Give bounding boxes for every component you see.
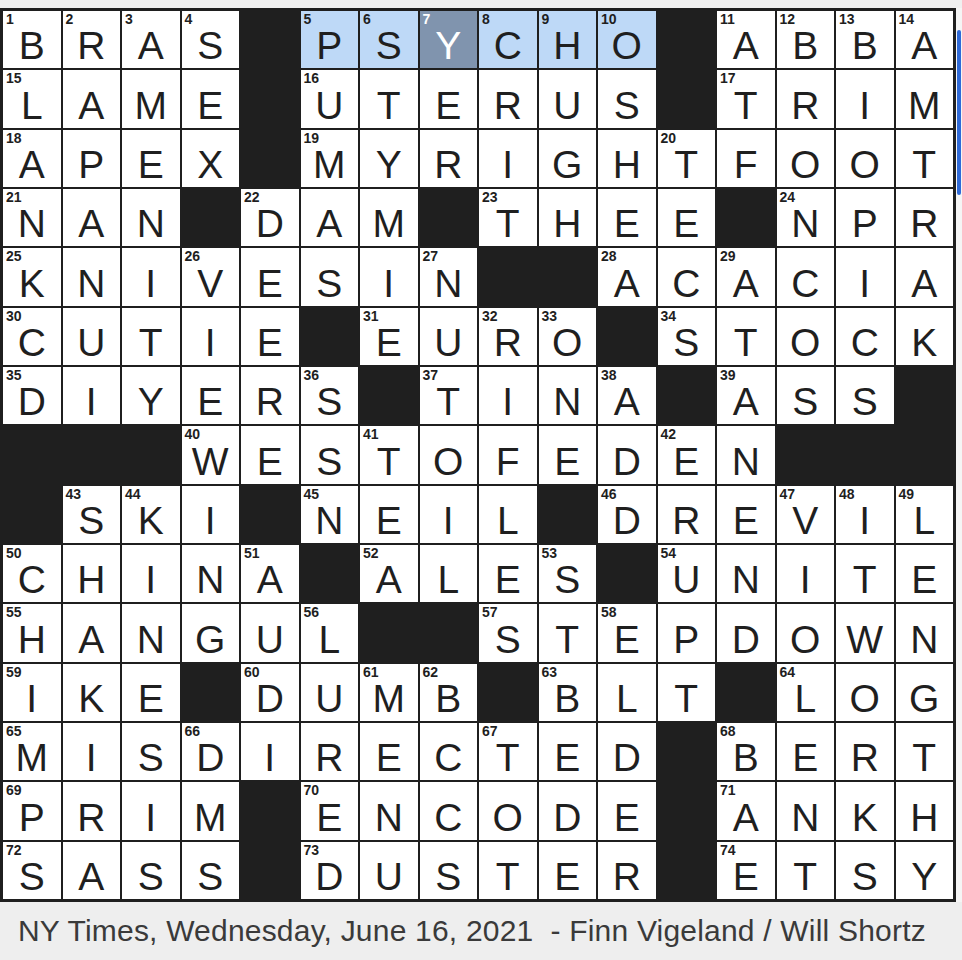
- cell-r3c12[interactable]: 20T: [658, 130, 716, 187]
- cell-r9c10: [539, 486, 597, 543]
- cell-letter: I: [360, 264, 418, 303]
- scrollbar-track[interactable]: [956, 8, 962, 902]
- cell-letter: T: [658, 679, 716, 718]
- cell-r14c13[interactable]: 71A: [717, 782, 775, 839]
- cell-r7c2[interactable]: I: [63, 367, 121, 424]
- clue-number: 5: [304, 12, 312, 27]
- cell-r14c6[interactable]: 70E: [301, 782, 359, 839]
- cell-r11c6[interactable]: 56L: [301, 604, 359, 661]
- cell-r14c7[interactable]: N: [360, 782, 418, 839]
- cell-letter: L: [777, 679, 835, 718]
- cell-r3c11[interactable]: H: [598, 130, 656, 187]
- cell-r11c13[interactable]: D: [717, 604, 775, 661]
- cell-r11c14[interactable]: O: [777, 604, 835, 661]
- cell-r13c3[interactable]: S: [122, 723, 180, 780]
- cell-r12c15[interactable]: O: [836, 664, 894, 721]
- cell-letter: H: [63, 560, 121, 599]
- cell-letter: P: [63, 145, 121, 184]
- cell-r3c5: [241, 130, 299, 187]
- cell-letter: A: [63, 857, 121, 896]
- cell-r11c12[interactable]: P: [658, 604, 716, 661]
- cell-r9c4[interactable]: I: [182, 486, 240, 543]
- cell-r4c8: [420, 189, 478, 246]
- cell-r10c2[interactable]: H: [63, 545, 121, 602]
- cell-r15c1[interactable]: 72S: [3, 842, 61, 899]
- cell-r10c9[interactable]: E: [479, 545, 537, 602]
- cell-r13c5[interactable]: I: [241, 723, 299, 780]
- cell-letter: S: [122, 738, 180, 777]
- cell-r5c4[interactable]: 26V: [182, 248, 240, 305]
- cell-r1c16[interactable]: 14A: [896, 11, 954, 68]
- cell-r7c11[interactable]: 38A: [598, 367, 656, 424]
- cell-r15c11[interactable]: R: [598, 842, 656, 899]
- cell-r5c12[interactable]: C: [658, 248, 716, 305]
- cell-letter: E: [182, 86, 240, 125]
- cell-r7c10[interactable]: N: [539, 367, 597, 424]
- cell-r5c11[interactable]: 28A: [598, 248, 656, 305]
- cell-r3c10[interactable]: G: [539, 130, 597, 187]
- cell-r13c1[interactable]: 65M: [3, 723, 61, 780]
- cell-r1c6[interactable]: 5P: [301, 11, 359, 68]
- cell-r2c13[interactable]: 17T: [717, 70, 775, 127]
- cell-letter: S: [122, 857, 180, 896]
- cell-r3c16[interactable]: T: [896, 130, 954, 187]
- cell-r3c6[interactable]: 19M: [301, 130, 359, 187]
- cell-r2c14[interactable]: R: [777, 70, 835, 127]
- cell-letter: D: [539, 798, 597, 837]
- cell-r15c9[interactable]: T: [479, 842, 537, 899]
- clue-number: 1: [6, 12, 14, 27]
- cell-r9c2[interactable]: 43S: [63, 486, 121, 543]
- cell-letter: S: [658, 323, 716, 362]
- cell-letter: N: [122, 620, 180, 659]
- status-bar: NY Times, Wednesday, June 16, 2021 - Fin…: [0, 902, 962, 960]
- cell-letter: A: [122, 26, 180, 65]
- cell-letter: P: [301, 26, 359, 65]
- cell-r12c3[interactable]: E: [122, 664, 180, 721]
- cell-r8c13[interactable]: N: [717, 426, 775, 483]
- cell-r2c2[interactable]: A: [63, 70, 121, 127]
- cell-r9c13[interactable]: E: [717, 486, 775, 543]
- cell-r4c11[interactable]: E: [598, 189, 656, 246]
- cell-r13c7[interactable]: E: [360, 723, 418, 780]
- cell-letter: I: [122, 798, 180, 837]
- cell-r6c14[interactable]: O: [777, 308, 835, 365]
- cell-r13c8[interactable]: C: [420, 723, 478, 780]
- cell-r3c9[interactable]: I: [479, 130, 537, 187]
- cell-letter: S: [539, 560, 597, 599]
- cell-r6c7[interactable]: 31E: [360, 308, 418, 365]
- cell-r10c14[interactable]: I: [777, 545, 835, 602]
- cell-r3c15[interactable]: O: [836, 130, 894, 187]
- cell-r15c2[interactable]: A: [63, 842, 121, 899]
- cell-r12c2[interactable]: K: [63, 664, 121, 721]
- cell-letter: B: [420, 679, 478, 718]
- cell-r14c9[interactable]: O: [479, 782, 537, 839]
- cell-r3c14[interactable]: O: [777, 130, 835, 187]
- cell-r2c15[interactable]: I: [836, 70, 894, 127]
- cell-r1c10[interactable]: 9H: [539, 11, 597, 68]
- cell-r10c6: [301, 545, 359, 602]
- cell-letter: M: [360, 204, 418, 243]
- cell-r4c6[interactable]: A: [301, 189, 359, 246]
- cell-r11c11[interactable]: 58E: [598, 604, 656, 661]
- cell-letter: E: [896, 560, 954, 599]
- cell-r8c6[interactable]: S: [301, 426, 359, 483]
- clue-number: 4: [185, 12, 193, 27]
- cell-letter: U: [420, 323, 478, 362]
- cell-r6c8[interactable]: U: [420, 308, 478, 365]
- cell-r7c3[interactable]: Y: [122, 367, 180, 424]
- cell-r12c12[interactable]: T: [658, 664, 716, 721]
- cell-r1c2[interactable]: 2R: [63, 11, 121, 68]
- crossword-board: 1B2R3A4S5P6S7Y8C9H10O11A12B13B14A15LAME1…: [0, 8, 956, 902]
- cell-letter: C: [3, 560, 61, 599]
- cell-letter: H: [3, 620, 61, 659]
- cell-r14c14[interactable]: N: [777, 782, 835, 839]
- cell-r8c7[interactable]: 41T: [360, 426, 418, 483]
- cell-r2c4[interactable]: E: [182, 70, 240, 127]
- cell-r9c6[interactable]: 45N: [301, 486, 359, 543]
- cell-r10c4[interactable]: N: [182, 545, 240, 602]
- cell-r12c10[interactable]: 63B: [539, 664, 597, 721]
- cell-r13c16[interactable]: T: [896, 723, 954, 780]
- cell-r15c16[interactable]: Y: [896, 842, 954, 899]
- cell-letter: K: [63, 679, 121, 718]
- cell-letter: E: [598, 798, 656, 837]
- cell-r4c15[interactable]: P: [836, 189, 894, 246]
- cell-r8c9[interactable]: F: [479, 426, 537, 483]
- cell-r7c13[interactable]: 39A: [717, 367, 775, 424]
- clue-number: 6: [363, 12, 371, 27]
- cell-r6c12[interactable]: 34S: [658, 308, 716, 365]
- clue-number: 9: [542, 12, 550, 27]
- cell-letter: F: [717, 145, 775, 184]
- cell-r9c14[interactable]: 47V: [777, 486, 835, 543]
- cell-r6c16[interactable]: K: [896, 308, 954, 365]
- cell-r1c14[interactable]: 12B: [777, 11, 835, 68]
- cell-r10c5[interactable]: 51A: [241, 545, 299, 602]
- cell-r14c10[interactable]: D: [539, 782, 597, 839]
- cell-r1c7[interactable]: 6S: [360, 11, 418, 68]
- cell-r7c14[interactable]: S: [777, 367, 835, 424]
- cell-r6c15[interactable]: C: [836, 308, 894, 365]
- cell-r6c9[interactable]: 32R: [479, 308, 537, 365]
- cell-r7c15[interactable]: S: [836, 367, 894, 424]
- cell-r11c15[interactable]: W: [836, 604, 894, 661]
- cell-r1c1[interactable]: 1B: [3, 11, 61, 68]
- cell-r15c14[interactable]: T: [777, 842, 835, 899]
- cell-r3c2[interactable]: P: [63, 130, 121, 187]
- cell-r7c7: [360, 367, 418, 424]
- cell-r5c8[interactable]: 27N: [420, 248, 478, 305]
- cell-r4c7[interactable]: M: [360, 189, 418, 246]
- cell-r12c8[interactable]: 62B: [420, 664, 478, 721]
- cell-r5c7[interactable]: I: [360, 248, 418, 305]
- cell-r13c4[interactable]: 66D: [182, 723, 240, 780]
- cell-r15c7[interactable]: U: [360, 842, 418, 899]
- cell-letter: V: [182, 264, 240, 303]
- cell-r14c15[interactable]: K: [836, 782, 894, 839]
- cell-r13c15[interactable]: R: [836, 723, 894, 780]
- cell-r9c3[interactable]: 44K: [122, 486, 180, 543]
- cell-r6c1[interactable]: 30C: [3, 308, 61, 365]
- cell-r5c3[interactable]: I: [122, 248, 180, 305]
- cell-letter: A: [598, 264, 656, 303]
- cell-r6c13[interactable]: T: [717, 308, 775, 365]
- cell-r10c16[interactable]: E: [896, 545, 954, 602]
- cell-r10c3[interactable]: I: [122, 545, 180, 602]
- cell-r11c4[interactable]: G: [182, 604, 240, 661]
- cell-letter: S: [182, 26, 240, 65]
- cell-r4c5[interactable]: 22D: [241, 189, 299, 246]
- cell-r12c1[interactable]: 59I: [3, 664, 61, 721]
- cell-r15c6[interactable]: 73D: [301, 842, 359, 899]
- cell-r5c15[interactable]: I: [836, 248, 894, 305]
- cell-r7c6[interactable]: 36S: [301, 367, 359, 424]
- cell-letter: I: [836, 86, 894, 125]
- cell-letter: R: [301, 738, 359, 777]
- cell-letter: E: [539, 738, 597, 777]
- cell-r7c1[interactable]: 35D: [3, 367, 61, 424]
- cell-r12c11[interactable]: L: [598, 664, 656, 721]
- cell-letter: E: [420, 86, 478, 125]
- cell-r2c6[interactable]: 16U: [301, 70, 359, 127]
- cell-r9c15[interactable]: 48I: [836, 486, 894, 543]
- cell-letter: D: [241, 679, 299, 718]
- cell-r2c9[interactable]: R: [479, 70, 537, 127]
- cell-r9c7[interactable]: E: [360, 486, 418, 543]
- puzzle-caption: NY Times, Wednesday, June 16, 2021 - Fin…: [18, 914, 926, 948]
- cell-r10c10[interactable]: 53S: [539, 545, 597, 602]
- cell-r1c8[interactable]: 7Y: [420, 11, 478, 68]
- cell-letter: Y: [122, 382, 180, 421]
- cell-letter: U: [301, 679, 359, 718]
- cell-letter: M: [3, 738, 61, 777]
- cell-r11c2[interactable]: A: [63, 604, 121, 661]
- cell-letter: L: [896, 501, 954, 540]
- cell-r12c6[interactable]: U: [301, 664, 359, 721]
- cell-r10c15[interactable]: T: [836, 545, 894, 602]
- cell-r12c5[interactable]: 60D: [241, 664, 299, 721]
- cell-r2c7[interactable]: T: [360, 70, 418, 127]
- cell-r14c16[interactable]: H: [896, 782, 954, 839]
- cell-r8c2: [63, 426, 121, 483]
- cell-r9c11[interactable]: 46D: [598, 486, 656, 543]
- cell-r4c9[interactable]: 23T: [479, 189, 537, 246]
- cell-r4c2[interactable]: A: [63, 189, 121, 246]
- cell-r4c1[interactable]: 21N: [3, 189, 61, 246]
- cell-letter: T: [717, 86, 775, 125]
- cell-r4c3[interactable]: N: [122, 189, 180, 246]
- cell-r8c4[interactable]: 40W: [182, 426, 240, 483]
- cell-r11c3[interactable]: N: [122, 604, 180, 661]
- cell-r13c13[interactable]: 68B: [717, 723, 775, 780]
- cell-r15c4[interactable]: S: [182, 842, 240, 899]
- clue-number: 15: [6, 71, 22, 86]
- cell-r4c14[interactable]: 24N: [777, 189, 835, 246]
- cell-letter: S: [182, 857, 240, 896]
- cell-r7c5[interactable]: R: [241, 367, 299, 424]
- cell-r2c1[interactable]: 15L: [3, 70, 61, 127]
- cell-letter: S: [360, 26, 418, 65]
- cell-letter: B: [3, 26, 61, 65]
- cell-r11c9[interactable]: 57S: [479, 604, 537, 661]
- cell-r5c10: [539, 248, 597, 305]
- cell-letter: T: [896, 145, 954, 184]
- cell-r8c8[interactable]: O: [420, 426, 478, 483]
- cell-r7c4[interactable]: E: [182, 367, 240, 424]
- cell-r13c10[interactable]: E: [539, 723, 597, 780]
- cell-r1c11[interactable]: 10O: [598, 11, 656, 68]
- cell-letter: E: [241, 323, 299, 362]
- cell-letter: A: [717, 264, 775, 303]
- cell-letter: B: [777, 26, 835, 65]
- cell-r15c10[interactable]: E: [539, 842, 597, 899]
- cell-letter: T: [479, 857, 537, 896]
- cell-r12c7[interactable]: 61M: [360, 664, 418, 721]
- cell-r3c4[interactable]: X: [182, 130, 240, 187]
- cell-r5c2[interactable]: N: [63, 248, 121, 305]
- cell-r14c8[interactable]: C: [420, 782, 478, 839]
- cell-r9c12[interactable]: R: [658, 486, 716, 543]
- cell-letter: T: [420, 382, 478, 421]
- cell-r3c3[interactable]: E: [122, 130, 180, 187]
- cell-letter: E: [658, 204, 716, 243]
- cell-r11c5[interactable]: U: [241, 604, 299, 661]
- cell-letter: M: [182, 798, 240, 837]
- cell-r7c9[interactable]: I: [479, 367, 537, 424]
- cell-r3c7[interactable]: Y: [360, 130, 418, 187]
- cell-letter: I: [63, 382, 121, 421]
- cell-r8c12[interactable]: 42E: [658, 426, 716, 483]
- cell-r3c13[interactable]: F: [717, 130, 775, 187]
- cell-r15c8[interactable]: S: [420, 842, 478, 899]
- cell-letter: H: [598, 145, 656, 184]
- cell-r13c11[interactable]: D: [598, 723, 656, 780]
- cell-letter: R: [420, 145, 478, 184]
- cell-r10c8[interactable]: L: [420, 545, 478, 602]
- cell-r1c13[interactable]: 11A: [717, 11, 775, 68]
- scrollbar-thumb[interactable]: [957, 30, 961, 195]
- cell-letter: I: [241, 738, 299, 777]
- cell-r10c1[interactable]: 50C: [3, 545, 61, 602]
- cell-r2c11[interactable]: S: [598, 70, 656, 127]
- cell-r8c10[interactable]: E: [539, 426, 597, 483]
- cell-r15c15[interactable]: S: [836, 842, 894, 899]
- cell-r1c9[interactable]: 8C: [479, 11, 537, 68]
- cell-r5c13[interactable]: 29A: [717, 248, 775, 305]
- cell-r13c2[interactable]: I: [63, 723, 121, 780]
- cell-r2c10[interactable]: U: [539, 70, 597, 127]
- cell-r1c3[interactable]: 3A: [122, 11, 180, 68]
- cell-letter: S: [836, 857, 894, 896]
- cell-letter: D: [182, 738, 240, 777]
- cell-r9c16[interactable]: 49L: [896, 486, 954, 543]
- cell-r8c11[interactable]: D: [598, 426, 656, 483]
- cell-r4c10[interactable]: H: [539, 189, 597, 246]
- cell-letter: N: [360, 798, 418, 837]
- cell-r5c5[interactable]: E: [241, 248, 299, 305]
- cell-r10c7[interactable]: 52A: [360, 545, 418, 602]
- cell-r3c8[interactable]: R: [420, 130, 478, 187]
- cell-r1c4[interactable]: 4S: [182, 11, 240, 68]
- cell-letter: E: [777, 738, 835, 777]
- cell-r15c3[interactable]: S: [122, 842, 180, 899]
- cell-r12c14[interactable]: 64L: [777, 664, 835, 721]
- cell-letter: C: [3, 323, 61, 362]
- cell-r14c1[interactable]: 69P: [3, 782, 61, 839]
- cell-letter: T: [360, 86, 418, 125]
- cell-r2c3[interactable]: M: [122, 70, 180, 127]
- cell-r1c15[interactable]: 13B: [836, 11, 894, 68]
- cell-r3c1[interactable]: 18A: [3, 130, 61, 187]
- cell-r11c16[interactable]: N: [896, 604, 954, 661]
- cell-r14c3[interactable]: I: [122, 782, 180, 839]
- cell-r6c10[interactable]: 33O: [539, 308, 597, 365]
- cell-r1c12: [658, 11, 716, 68]
- cell-letter: F: [479, 442, 537, 481]
- cell-r5c6[interactable]: S: [301, 248, 359, 305]
- cell-r2c8[interactable]: E: [420, 70, 478, 127]
- cell-letter: T: [122, 323, 180, 362]
- cell-r13c14[interactable]: E: [777, 723, 835, 780]
- cell-letter: I: [63, 738, 121, 777]
- cell-r5c14[interactable]: C: [777, 248, 835, 305]
- cell-r7c12: [658, 367, 716, 424]
- cell-letter: C: [658, 264, 716, 303]
- cell-r4c16[interactable]: R: [896, 189, 954, 246]
- cell-r5c16[interactable]: A: [896, 248, 954, 305]
- cell-r10c12[interactable]: 54U: [658, 545, 716, 602]
- cell-r10c13[interactable]: N: [717, 545, 775, 602]
- cell-letter: S: [301, 264, 359, 303]
- cell-letter: S: [301, 442, 359, 481]
- cell-letter: R: [479, 86, 537, 125]
- cell-r2c16[interactable]: M: [896, 70, 954, 127]
- cell-r15c13[interactable]: 74E: [717, 842, 775, 899]
- cell-letter: R: [658, 501, 716, 540]
- cell-r13c6[interactable]: R: [301, 723, 359, 780]
- cell-r7c8[interactable]: 37T: [420, 367, 478, 424]
- cell-letter: D: [241, 204, 299, 243]
- cell-letter: E: [360, 501, 418, 540]
- cell-r8c5[interactable]: E: [241, 426, 299, 483]
- cell-r9c9[interactable]: L: [479, 486, 537, 543]
- cell-r6c3[interactable]: T: [122, 308, 180, 365]
- cell-letter: L: [420, 560, 478, 599]
- cell-letter: S: [420, 857, 478, 896]
- cell-r11c1[interactable]: 55H: [3, 604, 61, 661]
- cell-r11c10[interactable]: T: [539, 604, 597, 661]
- cell-r4c12[interactable]: E: [658, 189, 716, 246]
- cell-r14c4[interactable]: M: [182, 782, 240, 839]
- cell-r6c2[interactable]: U: [63, 308, 121, 365]
- cell-r13c12: [658, 723, 716, 780]
- cell-r5c1[interactable]: 25K: [3, 248, 61, 305]
- cell-r9c8[interactable]: I: [420, 486, 478, 543]
- cell-r13c9[interactable]: 67T: [479, 723, 537, 780]
- cell-r7c16: [896, 367, 954, 424]
- cell-letter: A: [598, 382, 656, 421]
- cell-r14c11[interactable]: E: [598, 782, 656, 839]
- cell-letter: W: [836, 620, 894, 659]
- cell-r6c4[interactable]: I: [182, 308, 240, 365]
- cell-r12c16[interactable]: G: [896, 664, 954, 721]
- cell-r14c2[interactable]: R: [63, 782, 121, 839]
- clue-number: 7: [423, 12, 431, 27]
- cell-r6c5[interactable]: E: [241, 308, 299, 365]
